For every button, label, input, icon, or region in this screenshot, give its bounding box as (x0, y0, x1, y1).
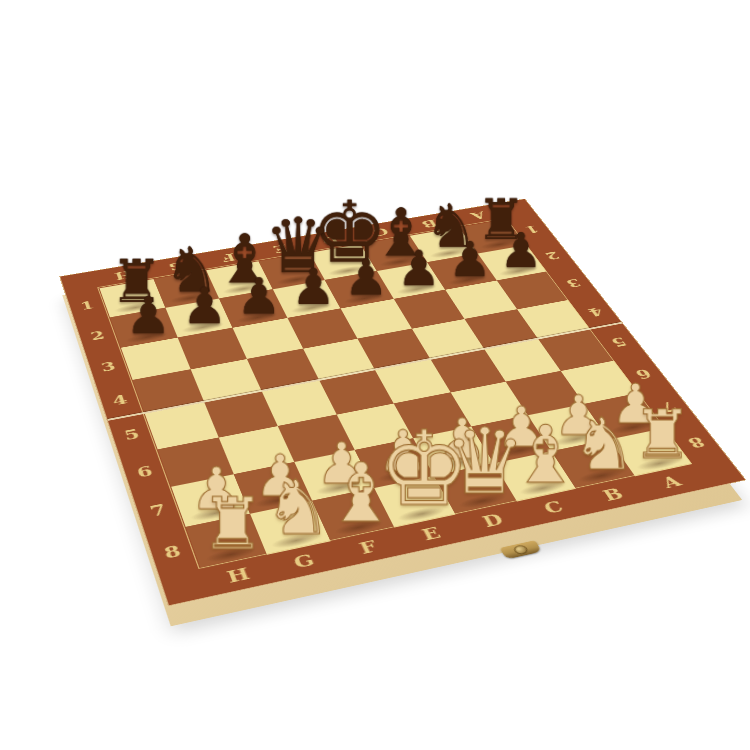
piece-dark-pawn-h2: ♟ (126, 292, 172, 340)
clasp-latch (500, 540, 542, 559)
square-g3 (177, 328, 247, 369)
piece-dark-pawn-a2: ♟ (499, 228, 542, 274)
chess-board: HGFEDCBA1♜♞♝♛♚♝♞♜12♟♟♟♟♟♟♟♟2334455667♟♟♟… (60, 199, 745, 605)
rank-label-right-3: 3 (547, 266, 599, 300)
piece-light-rook-h8: ♜ (201, 491, 265, 559)
piece-dark-pawn-d2: ♟ (344, 255, 388, 302)
piece-dark-pawn-e2: ♟ (291, 264, 335, 311)
piece-light-rook-a8: ♜ (632, 404, 692, 468)
piece-dark-pawn-c2: ♟ (397, 246, 441, 292)
piece-dark-pawn-f2: ♟ (237, 273, 282, 320)
piece-light-bishop-f8: ♝ (325, 454, 398, 531)
piece-dark-pawn-g2: ♟ (182, 282, 227, 330)
piece-light-knight-b8: ♞ (572, 411, 636, 479)
clasp-knob (515, 545, 528, 553)
piece-light-knight-g8: ♞ (264, 473, 332, 545)
board-top-face: HGFEDCBA1♜♞♝♛♚♝♞♜12♟♟♟♟♟♟♟♟2334455667♟♟♟… (60, 199, 745, 605)
product-photo: HGFEDCBA1♜♞♝♛♚♝♞♜12♟♟♟♟♟♟♟♟2334455667♟♟♟… (0, 0, 750, 750)
piece-dark-pawn-b2: ♟ (448, 237, 491, 283)
